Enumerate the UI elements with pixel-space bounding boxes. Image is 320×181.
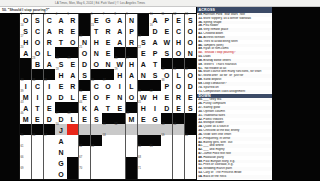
grid-cell[interactable] <box>173 146 184 157</box>
cell-number: 71 <box>138 168 141 171</box>
cell-letter: O <box>105 83 110 90</box>
grid-cell[interactable]: 42H <box>149 91 160 102</box>
cell-letter: C <box>47 17 52 24</box>
clue-number: 40. <box>198 141 202 144</box>
grid-cell[interactable]: E <box>161 91 172 102</box>
grid-cell[interactable]: 12E <box>173 14 184 25</box>
grid-cell[interactable]: 8A <box>114 14 125 25</box>
grid-cell[interactable]: I <box>114 80 125 91</box>
grid-cell[interactable]: E <box>138 113 149 124</box>
cell-number: 2 <box>32 14 33 17</box>
grid-cell[interactable]: W <box>161 36 172 47</box>
cell-letter: O <box>164 72 169 79</box>
grid-cell[interactable]: 56 <box>32 135 43 146</box>
grid-cell[interactable]: 27H <box>126 58 137 69</box>
grid-cell[interactable]: A <box>149 36 160 47</box>
grid-cell[interactable]: 65 <box>149 146 160 157</box>
grid-cell[interactable]: S <box>185 102 196 113</box>
cell-letter: D <box>164 105 169 112</box>
cell-letter: M <box>23 116 29 123</box>
crossword-grid[interactable]: 1O2S3C4A5R6E7G8A9N10A11P12E13S14SCARE15T… <box>19 13 197 180</box>
clue-number: 33. <box>198 121 202 124</box>
grid-cell[interactable]: 25E <box>67 58 78 69</box>
clue-number: 49. <box>198 47 202 50</box>
grid-cell[interactable] <box>32 157 43 168</box>
cell-letter: M <box>129 116 135 123</box>
grid-cell[interactable]: 60 <box>185 135 196 146</box>
grid-cell[interactable] <box>185 168 196 179</box>
grid-cell[interactable] <box>126 135 137 146</box>
cell-letter: E <box>47 105 52 112</box>
grid-cell[interactable]: A <box>114 36 125 47</box>
black-square <box>67 168 78 179</box>
cell-letter: O <box>129 94 134 101</box>
grid-cell[interactable]: 31L <box>173 69 184 80</box>
cell-letter: M <box>23 94 29 101</box>
clue-panel: ACROSS 29. Harrison Ford "Star Wars" rol… <box>197 7 272 181</box>
grid-cell[interactable]: 71 <box>138 168 149 179</box>
down-clue-54[interactable]: 54. Back of the neck <box>197 175 272 179</box>
grid-cell[interactable]: 35I <box>44 80 55 91</box>
grid-cell[interactable] <box>91 168 102 179</box>
cell-letter: T <box>94 28 98 35</box>
cell-letter: A <box>117 28 122 35</box>
cell-letter: S <box>82 72 87 79</box>
grid-cell[interactable]: E <box>114 102 125 113</box>
cell-number: 53 <box>162 124 165 127</box>
cell-letter: R <box>176 94 181 101</box>
black-square <box>20 58 31 69</box>
grid-cell[interactable]: E <box>79 113 90 124</box>
grid-cell[interactable]: 63 <box>91 146 102 157</box>
cell-letter: G <box>58 160 63 167</box>
grid-cell[interactable]: 23B <box>32 58 43 69</box>
clue-number: 36. <box>198 21 202 24</box>
grid-cell[interactable]: A <box>126 69 137 80</box>
grid-cell[interactable]: 52 <box>114 124 125 135</box>
clue-number: 67. <box>198 74 202 77</box>
grid-cell[interactable]: R <box>173 91 184 102</box>
clue-number: 53. <box>198 171 202 174</box>
grid-cell[interactable]: I <box>149 102 160 113</box>
selected-cell[interactable] <box>67 124 78 135</box>
cell-number: 50 <box>56 124 59 127</box>
cell-number: 17 <box>21 36 24 39</box>
grid-cell[interactable] <box>114 146 125 157</box>
grid-cell[interactable]: 46M <box>20 113 31 124</box>
grid-cell[interactable]: E <box>102 36 113 47</box>
grid-cell[interactable]: O <box>173 47 184 58</box>
grid-cell[interactable]: E <box>44 102 55 113</box>
grid-cell[interactable]: 58 <box>102 135 113 146</box>
clue-number: 59. <box>198 63 202 66</box>
grid-cell[interactable]: S <box>79 69 90 80</box>
grid-cell[interactable]: S <box>149 69 160 80</box>
grid-cell[interactable]: P <box>126 25 137 36</box>
cell-number: 54 <box>173 124 176 127</box>
grid-cell[interactable]: N <box>185 47 196 58</box>
grid-cell[interactable] <box>91 157 102 168</box>
cell-letter: R <box>129 39 134 46</box>
grid-cell[interactable]: D <box>44 91 55 102</box>
grid-cell[interactable]: N <box>114 91 125 102</box>
cell-number: 45 <box>138 102 141 105</box>
cell-letter: D <box>58 94 63 101</box>
grid-cell[interactable]: E <box>67 25 78 36</box>
cell-number: 67 <box>79 157 82 160</box>
cell-number: 66 <box>21 157 24 160</box>
grid-cell[interactable]: E <box>32 113 43 124</box>
grid-cell[interactable]: N <box>55 146 66 157</box>
grid-cell[interactable]: 32O <box>185 69 196 80</box>
cell-letter: G <box>105 17 110 24</box>
cell-letter: C <box>35 28 40 35</box>
grid-cell[interactable]: A <box>91 102 102 113</box>
grid-cell[interactable]: 21O <box>79 47 90 58</box>
grid-cell[interactable] <box>102 168 113 179</box>
cell-letter: A <box>94 105 99 112</box>
grid-cell[interactable]: G <box>55 157 66 168</box>
cell-letter: O <box>58 171 63 178</box>
cell-letter: H <box>152 94 157 101</box>
cell-number: 31 <box>173 69 176 72</box>
grid-cell[interactable]: R <box>55 25 66 36</box>
cell-letter: D <box>47 116 52 123</box>
grid-cell[interactable]: 70 <box>79 168 90 179</box>
cell-number: 61 <box>21 146 24 149</box>
clue-number: 58. <box>198 59 202 62</box>
grid-cell[interactable]: T <box>102 102 113 113</box>
cell-number: 32 <box>185 69 188 72</box>
grid-cell[interactable] <box>185 146 196 157</box>
grid-cell[interactable]: O <box>67 36 78 47</box>
cell-number: 52 <box>115 124 118 127</box>
grid-cell[interactable]: C <box>32 25 43 36</box>
grid-cell[interactable]: 49M <box>126 113 137 124</box>
grid-cell[interactable]: R <box>67 80 78 91</box>
grid-cell[interactable] <box>44 157 55 168</box>
cell-letter: E <box>176 17 181 24</box>
grid-cell[interactable]: 3C <box>44 14 55 25</box>
grid-cell[interactable] <box>161 146 172 157</box>
grid-cell[interactable] <box>102 146 113 157</box>
grid-cell[interactable]: D <box>44 113 55 124</box>
cell-letter: O <box>176 50 181 57</box>
grid-cell[interactable]: O <box>55 168 66 179</box>
grid-cell[interactable]: 7G <box>102 14 113 25</box>
clue-number: 71. <box>198 90 202 93</box>
grid-cell[interactable] <box>149 124 160 135</box>
cell-letter: H <box>58 72 63 79</box>
grid-cell[interactable]: 34C <box>32 80 43 91</box>
clue-number: 55. <box>198 55 202 58</box>
black-square <box>126 168 137 179</box>
grid-cell[interactable]: 44K <box>79 102 90 113</box>
grid-cell[interactable]: N <box>102 58 113 69</box>
cell-number: 15 <box>91 25 94 28</box>
cell-number: 51 <box>103 124 106 127</box>
clue-number: 42. <box>198 148 202 151</box>
clue-number: 27. <box>198 106 202 109</box>
grid-cell[interactable] <box>32 168 43 179</box>
grid-cell[interactable]: O <box>32 36 43 47</box>
grid-cell[interactable] <box>114 135 125 146</box>
cell-letter: W <box>116 61 123 68</box>
cell-number: 40 <box>79 91 82 94</box>
grid-cell[interactable]: 16D <box>149 25 160 36</box>
grid-cell[interactable]: D <box>55 91 66 102</box>
cell-letter: S <box>94 116 99 123</box>
grid-cell[interactable]: 50J <box>55 124 66 135</box>
grid-cell[interactable]: L <box>44 47 55 58</box>
cell-letter: L <box>47 50 51 57</box>
cell-number: 20 <box>21 47 24 50</box>
grid-cell[interactable] <box>44 168 55 179</box>
grid-cell[interactable]: 54 <box>173 124 184 135</box>
grid-cell[interactable]: 29H <box>114 69 125 80</box>
grid-cell[interactable]: E <box>173 102 184 113</box>
clue-number: 39. <box>198 28 202 31</box>
grid-cell[interactable]: 45H <box>138 102 149 113</box>
cell-letter: C <box>35 83 40 90</box>
cell-letter: A <box>70 72 75 79</box>
cell-number: 48 <box>68 113 71 116</box>
grid-cell[interactable]: C <box>173 25 184 36</box>
grid-cell[interactable]: L <box>67 91 78 102</box>
cell-number: 12 <box>173 14 176 17</box>
grid-cell[interactable] <box>173 168 184 179</box>
grid-cell[interactable]: O <box>185 25 196 36</box>
grid-cell[interactable] <box>149 157 160 168</box>
cell-number: 7 <box>103 14 104 17</box>
cell-number: 36 <box>91 80 94 83</box>
grid-cell[interactable]: T <box>55 36 66 47</box>
clue-number: 44. <box>198 36 202 39</box>
cell-number: 8 <box>115 14 116 17</box>
cell-letter: A <box>47 28 52 35</box>
cell-letter: A <box>23 50 28 57</box>
cell-letter: P <box>153 50 158 57</box>
grid-cell[interactable]: A <box>44 25 55 36</box>
cell-number: 70 <box>79 168 82 171</box>
grid-cell[interactable]: L <box>126 80 137 91</box>
grid-cell[interactable] <box>138 124 149 135</box>
grid-cell[interactable]: O <box>185 36 196 47</box>
cell-letter: I <box>48 83 50 90</box>
grid-cell[interactable]: 28H <box>55 69 66 80</box>
clue-number: 66. <box>198 70 202 73</box>
cell-letter: O <box>94 94 99 101</box>
grid-cell[interactable]: N <box>91 47 102 58</box>
cell-number: 16 <box>150 25 153 28</box>
grid-cell[interactable]: A <box>138 58 149 69</box>
grid-cell[interactable] <box>114 157 125 168</box>
grid-cell[interactable]: 38P <box>161 80 172 91</box>
grid-cell[interactable]: E <box>55 80 66 91</box>
grid-cell[interactable]: 57 <box>44 135 55 146</box>
clue-number: 69. <box>198 82 202 85</box>
grid-cell[interactable]: E <box>161 25 172 36</box>
grid-cell[interactable]: 69 <box>20 168 31 179</box>
cell-letter: T <box>59 39 63 46</box>
cell-number: 38 <box>162 80 165 83</box>
cell-letter: A <box>152 17 157 24</box>
clue-number: 61. <box>198 67 202 70</box>
cell-letter: C <box>94 83 99 90</box>
cell-number: 10 <box>150 14 153 17</box>
grid-cell[interactable]: H <box>91 36 102 47</box>
grid-cell[interactable]: 59 <box>161 135 172 146</box>
cell-letter: I <box>25 83 27 90</box>
cell-letter: K <box>82 105 87 112</box>
cell-letter: I <box>119 83 121 90</box>
grid-cell[interactable]: 13S <box>185 14 196 25</box>
cell-letter: E <box>164 28 169 35</box>
cell-number: 30 <box>162 69 165 72</box>
grid-cell[interactable] <box>126 146 137 157</box>
grid-cell[interactable]: 11P <box>161 14 172 25</box>
grid-cell[interactable]: R <box>126 36 137 47</box>
cell-letter: O <box>82 50 87 57</box>
cell-letter: F <box>106 94 110 101</box>
clue-number: 31. <box>198 114 202 117</box>
left-margin <box>0 13 19 180</box>
grid-cell[interactable] <box>91 124 102 135</box>
clue-number: 45. <box>198 40 202 43</box>
grid-cell[interactable]: O <box>91 58 102 69</box>
grid-cell[interactable] <box>44 146 55 157</box>
cell-number: 42 <box>150 91 153 94</box>
cell-number: 34 <box>32 80 35 83</box>
black-square <box>67 157 78 168</box>
grid-cell[interactable]: E <box>185 91 196 102</box>
grid-cell[interactable]: R <box>102 25 113 36</box>
black-square <box>138 14 149 25</box>
grid-cell[interactable] <box>32 146 43 157</box>
grid-cell[interactable]: D <box>185 80 196 91</box>
grid-cell[interactable]: D <box>161 102 172 113</box>
grid-cell[interactable]: 22E <box>138 47 149 58</box>
across-clue-list[interactable]: 29. Harrison Ford "Star Wars" role33. Mo… <box>197 13 272 94</box>
grid-cell[interactable]: 5R <box>67 14 78 25</box>
grid-cell[interactable]: A <box>114 25 125 36</box>
cell-number: 6 <box>91 14 92 17</box>
cell-letter: E <box>59 83 64 90</box>
grid-cell[interactable]: G <box>149 113 160 124</box>
cell-letter: A <box>141 61 146 68</box>
grid-cell[interactable]: F <box>102 91 113 102</box>
grid-cell[interactable]: N <box>138 69 149 80</box>
cell-number: 9 <box>126 14 127 17</box>
grid-cell[interactable]: R <box>44 36 55 47</box>
cell-number: 44 <box>79 102 82 105</box>
cell-number: 47 <box>56 113 59 116</box>
grid-cell[interactable]: D <box>79 58 90 69</box>
grid-cell[interactable] <box>161 157 172 168</box>
cell-letter: W <box>163 39 170 46</box>
cell-letter: N <box>141 72 146 79</box>
grid-cell[interactable]: O <box>173 80 184 91</box>
grid-cell[interactable] <box>126 124 137 135</box>
grid-cell[interactable]: S <box>161 47 172 58</box>
grid-cell[interactable]: 36C <box>91 80 102 91</box>
grid-cell[interactable] <box>149 168 160 179</box>
grid-cell[interactable] <box>161 168 172 179</box>
grid-cell[interactable]: 15T <box>91 25 102 36</box>
cell-letter: A <box>58 17 63 24</box>
grid-cell[interactable]: T <box>32 102 43 113</box>
grid-cell[interactable] <box>67 135 78 146</box>
grid-cell[interactable]: P <box>149 47 160 58</box>
grid-cell[interactable]: I <box>32 91 43 102</box>
grid-cell[interactable] <box>173 135 184 146</box>
cell-number: 69 <box>21 168 24 171</box>
grid-cell[interactable]: 37O <box>102 80 113 91</box>
cell-letter: J <box>59 127 63 134</box>
grid-cell[interactable] <box>67 146 78 157</box>
clue-number: 52. <box>198 167 202 170</box>
clue-number: 46. <box>198 44 202 47</box>
cell-number: 1 <box>21 14 22 17</box>
grid-cell[interactable]: 20A <box>20 47 31 58</box>
grid-cell[interactable]: A <box>67 69 78 80</box>
cell-letter: N <box>82 39 87 46</box>
black-square <box>185 113 196 124</box>
down-clue-list[interactable]: 25. ___ Grey tea26. Fussy complaint27. S… <box>197 98 272 180</box>
grid-cell[interactable]: S <box>91 113 102 124</box>
cell-letter: R <box>58 28 63 35</box>
grid-cell[interactable]: T <box>149 58 160 69</box>
cell-letter: L <box>176 72 180 79</box>
grid-cell[interactable]: O <box>91 91 102 102</box>
cell-letter: N <box>105 61 110 68</box>
grid-cell[interactable]: O <box>126 91 137 102</box>
cell-number: 65 <box>150 146 153 149</box>
cell-number: 41 <box>138 91 141 94</box>
cell-letter: N <box>188 50 193 57</box>
grid-cell[interactable] <box>185 157 196 168</box>
cell-number: 57 <box>44 135 47 138</box>
cell-number: 4 <box>56 14 57 17</box>
cell-letter: I <box>154 105 156 112</box>
grid-cell[interactable] <box>173 157 184 168</box>
grid-cell[interactable]: A <box>55 135 66 146</box>
cell-letter: A <box>47 61 52 68</box>
cell-letter: E <box>106 39 111 46</box>
cell-letter: A <box>129 72 134 79</box>
grid-cell[interactable]: E <box>102 47 113 58</box>
cell-number: 33 <box>21 80 24 83</box>
grid-cell[interactable]: 48L <box>67 113 78 124</box>
grid-cell[interactable] <box>79 124 90 135</box>
cell-letter: T <box>35 105 39 112</box>
grid-cell[interactable]: A <box>44 58 55 69</box>
cell-letter: S <box>164 50 169 57</box>
grid-cell[interactable] <box>102 157 113 168</box>
cell-number: 59 <box>162 135 165 138</box>
grid-cell[interactable]: H <box>173 36 184 47</box>
grid-cell[interactable] <box>114 168 125 179</box>
grid-cell[interactable]: 9N <box>126 14 137 25</box>
cell-letter: E <box>70 28 75 35</box>
clue-number: 35. <box>198 129 202 132</box>
clue-number: 48. <box>198 156 202 159</box>
grid-cell[interactable]: 4A <box>55 14 66 25</box>
right-margin <box>272 7 320 181</box>
cell-letter: E <box>117 105 122 112</box>
grid-cell[interactable]: 2S <box>32 14 43 25</box>
cell-number: 25 <box>68 58 71 61</box>
